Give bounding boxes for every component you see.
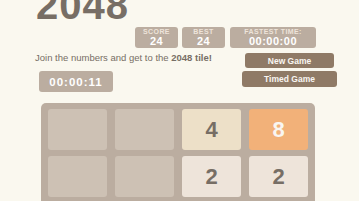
fastest-time-value: 00:00:00 bbox=[249, 35, 297, 47]
cell-empty-r2c1 bbox=[48, 156, 107, 197]
cell-empty-r1c1 bbox=[48, 109, 107, 150]
intro-text-plain: Join the numbers and get to the bbox=[35, 52, 171, 63]
score-value: 24 bbox=[150, 35, 163, 47]
fastest-time-box: FASTEST TIME: 00:00:00 bbox=[230, 27, 316, 48]
app-2048: 2048 SCORE 24 BEST 24 FASTEST TIME: 00:0… bbox=[0, 0, 359, 201]
best-score-box: BEST 24 bbox=[182, 27, 225, 48]
new-game-button[interactable]: New Game bbox=[245, 53, 334, 68]
game-title: 2048 bbox=[36, 0, 129, 25]
cell-empty-r1c2 bbox=[115, 109, 174, 150]
fastest-time-label: FASTEST TIME: bbox=[244, 28, 302, 35]
elapsed-timer: 00:00:11 bbox=[39, 71, 113, 92]
intro-text: Join the numbers and get to the 2048 til… bbox=[35, 52, 212, 64]
intro-text-highlight: 2048 tile! bbox=[171, 52, 212, 63]
best-label: BEST bbox=[193, 28, 213, 35]
board: 4822 bbox=[41, 103, 315, 201]
tile-4: 4 bbox=[182, 109, 241, 150]
tile-8: 8 bbox=[249, 109, 308, 150]
best-value: 24 bbox=[197, 35, 210, 47]
tile-2: 2 bbox=[249, 156, 308, 197]
score-box: SCORE 24 bbox=[135, 27, 178, 48]
tile-2: 2 bbox=[182, 156, 241, 197]
timed-game-button[interactable]: Timed Game bbox=[242, 71, 337, 87]
score-label: SCORE bbox=[143, 28, 170, 35]
cell-empty-r2c2 bbox=[115, 156, 174, 197]
